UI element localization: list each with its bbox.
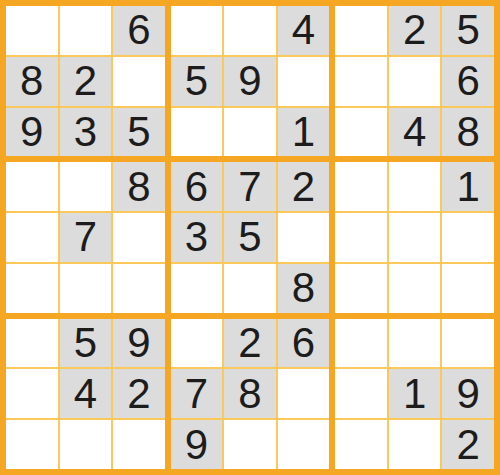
cell-r8c9[interactable]: 9 bbox=[442, 369, 494, 418]
cell-r7c1[interactable] bbox=[6, 319, 58, 368]
box-r2c2: 672358 bbox=[171, 162, 330, 312]
cell-r8c6[interactable] bbox=[278, 369, 330, 418]
cell-r5c7[interactable] bbox=[335, 213, 387, 262]
cell-r3c8[interactable]: 4 bbox=[389, 108, 441, 157]
cell-r1c3[interactable]: 6 bbox=[113, 6, 165, 55]
cell-r2c6[interactable] bbox=[278, 57, 330, 106]
cell-r2c2[interactable]: 2 bbox=[60, 57, 112, 106]
cell-r8c4[interactable]: 7 bbox=[171, 369, 223, 418]
cell-r6c9[interactable] bbox=[442, 264, 494, 313]
box-r2c1: 87 bbox=[6, 162, 165, 312]
cell-r2c5[interactable]: 9 bbox=[224, 57, 276, 106]
cell-r1c1[interactable] bbox=[6, 6, 58, 55]
cell-r9c3[interactable] bbox=[113, 420, 165, 469]
cell-r5c9[interactable] bbox=[442, 213, 494, 262]
cell-r7c3[interactable]: 9 bbox=[113, 319, 165, 368]
cell-r3c2[interactable]: 3 bbox=[60, 108, 112, 157]
cell-r6c8[interactable] bbox=[389, 264, 441, 313]
cell-r9c6[interactable] bbox=[278, 420, 330, 469]
box-r1c3: 25648 bbox=[335, 6, 494, 156]
cell-r3c9[interactable]: 8 bbox=[442, 108, 494, 157]
cell-r4c6[interactable]: 2 bbox=[278, 162, 330, 211]
cell-r5c2[interactable]: 7 bbox=[60, 213, 112, 262]
cell-r8c1[interactable] bbox=[6, 369, 58, 418]
box-r3c3: 192 bbox=[335, 319, 494, 469]
cell-r9c4[interactable]: 9 bbox=[171, 420, 223, 469]
cell-r1c2[interactable] bbox=[60, 6, 112, 55]
cell-r9c5[interactable] bbox=[224, 420, 276, 469]
cell-r2c1[interactable]: 8 bbox=[6, 57, 58, 106]
cell-r3c3[interactable]: 5 bbox=[113, 108, 165, 157]
cell-r7c5[interactable]: 2 bbox=[224, 319, 276, 368]
cell-r6c4[interactable] bbox=[171, 264, 223, 313]
cell-r6c6[interactable]: 8 bbox=[278, 264, 330, 313]
cell-r2c3[interactable] bbox=[113, 57, 165, 106]
cell-r8c3[interactable]: 2 bbox=[113, 369, 165, 418]
box-r3c1: 5942 bbox=[6, 319, 165, 469]
cell-r7c8[interactable] bbox=[389, 319, 441, 368]
cell-r8c2[interactable]: 4 bbox=[60, 369, 112, 418]
cell-r1c8[interactable]: 2 bbox=[389, 6, 441, 55]
cell-r6c2[interactable] bbox=[60, 264, 112, 313]
cell-r5c3[interactable] bbox=[113, 213, 165, 262]
cell-r4c9[interactable]: 1 bbox=[442, 162, 494, 211]
cell-r4c1[interactable] bbox=[6, 162, 58, 211]
cell-r7c6[interactable]: 6 bbox=[278, 319, 330, 368]
cell-r1c6[interactable]: 4 bbox=[278, 6, 330, 55]
cell-r7c9[interactable] bbox=[442, 319, 494, 368]
cell-r6c5[interactable] bbox=[224, 264, 276, 313]
box-r1c2: 4591 bbox=[171, 6, 330, 156]
cell-r7c2[interactable]: 5 bbox=[60, 319, 112, 368]
cell-r8c8[interactable]: 1 bbox=[389, 369, 441, 418]
cell-r5c5[interactable]: 5 bbox=[224, 213, 276, 262]
cell-r5c4[interactable]: 3 bbox=[171, 213, 223, 262]
cell-r7c7[interactable] bbox=[335, 319, 387, 368]
cell-r6c7[interactable] bbox=[335, 264, 387, 313]
cell-r8c5[interactable]: 8 bbox=[224, 369, 276, 418]
box-r1c1: 682935 bbox=[6, 6, 165, 156]
cell-r8c7[interactable] bbox=[335, 369, 387, 418]
cell-r2c8[interactable] bbox=[389, 57, 441, 106]
cell-r3c4[interactable] bbox=[171, 108, 223, 157]
box-r3c2: 26789 bbox=[171, 319, 330, 469]
cell-r6c3[interactable] bbox=[113, 264, 165, 313]
cell-r4c8[interactable] bbox=[389, 162, 441, 211]
cell-r4c2[interactable] bbox=[60, 162, 112, 211]
cell-r9c8[interactable] bbox=[389, 420, 441, 469]
cell-r2c7[interactable] bbox=[335, 57, 387, 106]
cell-r1c5[interactable] bbox=[224, 6, 276, 55]
cell-r3c1[interactable]: 9 bbox=[6, 108, 58, 157]
cell-r4c5[interactable]: 7 bbox=[224, 162, 276, 211]
cell-r6c1[interactable] bbox=[6, 264, 58, 313]
cell-r5c1[interactable] bbox=[6, 213, 58, 262]
cell-r2c4[interactable]: 5 bbox=[171, 57, 223, 106]
cell-r4c7[interactable] bbox=[335, 162, 387, 211]
cell-r4c4[interactable]: 6 bbox=[171, 162, 223, 211]
cell-r2c9[interactable]: 6 bbox=[442, 57, 494, 106]
cell-r9c1[interactable] bbox=[6, 420, 58, 469]
cell-r3c7[interactable] bbox=[335, 108, 387, 157]
cell-r3c6[interactable]: 1 bbox=[278, 108, 330, 157]
cell-r5c6[interactable] bbox=[278, 213, 330, 262]
cell-r5c8[interactable] bbox=[389, 213, 441, 262]
cell-r9c7[interactable] bbox=[335, 420, 387, 469]
cell-r9c9[interactable]: 2 bbox=[442, 420, 494, 469]
cell-r3c5[interactable] bbox=[224, 108, 276, 157]
box-r2c3: 1 bbox=[335, 162, 494, 312]
cell-r1c9[interactable]: 5 bbox=[442, 6, 494, 55]
sudoku-board: 682935459125648876723581594226789192 bbox=[0, 0, 500, 475]
cell-r7c4[interactable] bbox=[171, 319, 223, 368]
cell-r9c2[interactable] bbox=[60, 420, 112, 469]
cell-r1c4[interactable] bbox=[171, 6, 223, 55]
cell-r4c3[interactable]: 8 bbox=[113, 162, 165, 211]
cell-r1c7[interactable] bbox=[335, 6, 387, 55]
